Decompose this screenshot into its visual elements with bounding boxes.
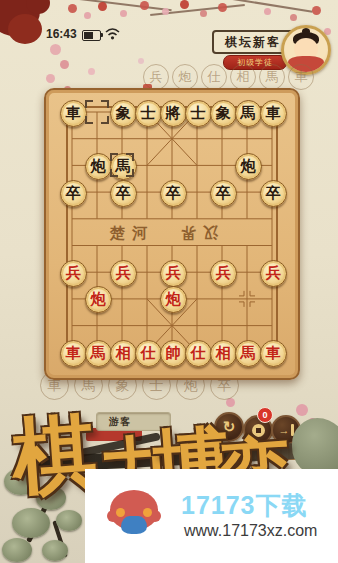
blossom-decoration xyxy=(60,60,69,69)
piece-red-車[interactable]: 車 xyxy=(260,340,287,367)
blossom-decoration xyxy=(84,12,91,19)
blossom-decoration xyxy=(68,4,77,13)
captured-slot: 車 xyxy=(288,64,314,90)
coin-icon xyxy=(252,424,265,437)
piece-red-兵[interactable]: 兵 xyxy=(160,260,187,287)
mascot-eye-right xyxy=(143,508,152,517)
blossom-decoration xyxy=(162,8,169,15)
piece-red-相[interactable]: 相 xyxy=(210,340,237,367)
move-marker-corner xyxy=(85,100,93,108)
app-screen: 16:43 棋坛新客 初级学徒 兵炮仕相馬車 車馬象士炮卒 楚河 汉界 車象士將… xyxy=(0,0,338,563)
captured-slot: 仕 xyxy=(201,64,227,90)
piece-red-仕[interactable]: 仕 xyxy=(185,340,212,367)
blossom-decoration xyxy=(290,14,297,21)
pine-foliage xyxy=(12,508,50,538)
watermark-url[interactable]: www.17173xz.com xyxy=(184,522,317,540)
move-marker-corner xyxy=(126,169,134,177)
wifi-icon xyxy=(105,28,120,40)
mascot-logo xyxy=(109,488,159,538)
last-move-marker xyxy=(110,153,134,177)
move-marker-corner xyxy=(101,116,109,124)
xiangqi-board[interactable]: 楚河 汉界 車象士將士象馬車炮馬炮卒卒卒卒卒兵兵兵兵兵炮炮車馬相仕帥仕相馬車 xyxy=(44,88,300,380)
blossom-decoration xyxy=(98,2,107,11)
pine-foliage xyxy=(42,540,68,561)
piece-black-馬[interactable]: 馬 xyxy=(235,100,262,127)
river-label-chu: 楚河 xyxy=(110,221,154,245)
blossom-decoration xyxy=(200,10,207,17)
captured-tray-top: 兵炮仕相馬車 xyxy=(143,64,314,90)
pine-foliage xyxy=(2,538,32,562)
piece-black-卒[interactable]: 卒 xyxy=(110,180,137,207)
status-time: 16:43 xyxy=(46,27,77,41)
piece-black-士[interactable]: 士 xyxy=(185,100,212,127)
notification-count: 0 xyxy=(262,410,267,420)
piece-black-卒[interactable]: 卒 xyxy=(160,180,187,207)
blossom-decoration xyxy=(8,14,42,44)
guest-player-tab[interactable]: 游客 xyxy=(96,412,171,431)
player-title-label: 棋坛新客 xyxy=(225,34,281,51)
pine-foliage xyxy=(36,486,66,510)
captured-slot: 馬 xyxy=(259,64,285,90)
blossom-decoration xyxy=(264,8,271,15)
piece-red-兵[interactable]: 兵 xyxy=(110,260,137,287)
captured-slot: 相 xyxy=(230,64,256,90)
move-marker-corner xyxy=(85,116,93,124)
notification-badge: 0 xyxy=(257,407,273,423)
piece-red-馬[interactable]: 馬 xyxy=(85,340,112,367)
piece-red-相[interactable]: 相 xyxy=(110,340,137,367)
piece-black-車[interactable]: 車 xyxy=(260,100,287,127)
battery-nub xyxy=(101,33,103,37)
move-marker-corner xyxy=(110,153,118,161)
piece-red-車[interactable]: 車 xyxy=(60,340,87,367)
piece-red-馬[interactable]: 馬 xyxy=(235,340,262,367)
restart-button[interactable]: ↻ xyxy=(214,412,244,442)
blossom-decoration xyxy=(46,74,55,83)
blossom-decoration xyxy=(120,10,127,17)
watermark-box: 17173下载 www.17173xz.com xyxy=(85,469,338,563)
piece-red-炮[interactable]: 炮 xyxy=(160,286,187,313)
pine-foliage xyxy=(56,510,82,531)
piece-red-兵[interactable]: 兵 xyxy=(60,260,87,287)
move-marker-corner xyxy=(126,153,134,161)
piece-red-仕[interactable]: 仕 xyxy=(135,340,162,367)
blossom-decoration xyxy=(296,404,308,416)
blossom-decoration xyxy=(140,1,149,10)
piece-red-兵[interactable]: 兵 xyxy=(260,260,287,287)
last-move-marker xyxy=(85,100,109,124)
piece-black-象[interactable]: 象 xyxy=(110,100,137,127)
watermark-title: 17173下载 xyxy=(181,489,308,522)
piece-black-炮[interactable]: 炮 xyxy=(85,153,112,180)
move-marker-corner xyxy=(101,100,109,108)
river-label-han: 汉界 xyxy=(174,221,218,245)
piece-black-將[interactable]: 將 xyxy=(160,100,187,127)
exit-arrow-icon: → xyxy=(279,424,290,436)
blossom-decoration xyxy=(218,3,227,12)
restart-icon: ↻ xyxy=(223,418,236,436)
piece-red-炮[interactable]: 炮 xyxy=(85,286,112,313)
piece-black-卒[interactable]: 卒 xyxy=(60,180,87,207)
rock-painting xyxy=(292,418,338,476)
blossom-decoration xyxy=(180,0,189,9)
piece-black-卒[interactable]: 卒 xyxy=(210,180,237,207)
battery-icon xyxy=(82,30,101,41)
piece-black-象[interactable]: 象 xyxy=(210,100,237,127)
blossom-decoration xyxy=(88,68,95,75)
piece-black-士[interactable]: 士 xyxy=(135,100,162,127)
blossom-decoration xyxy=(312,6,321,15)
guest-label: 游客 xyxy=(109,415,131,429)
mascot-beak xyxy=(121,516,147,534)
blossom-decoration xyxy=(50,44,61,55)
pine-foliage xyxy=(4,468,38,495)
piece-black-炮[interactable]: 炮 xyxy=(235,153,262,180)
piece-red-兵[interactable]: 兵 xyxy=(210,260,237,287)
piece-black-卒[interactable]: 卒 xyxy=(260,180,287,207)
piece-black-車[interactable]: 車 xyxy=(60,100,87,127)
avatar-topknot xyxy=(302,28,310,35)
mascot-eye-left xyxy=(116,508,125,517)
piece-red-帥[interactable]: 帥 xyxy=(160,340,187,367)
move-marker-corner xyxy=(110,169,118,177)
board-grid-lines xyxy=(46,90,298,378)
captured-slot: 炮 xyxy=(172,64,198,90)
